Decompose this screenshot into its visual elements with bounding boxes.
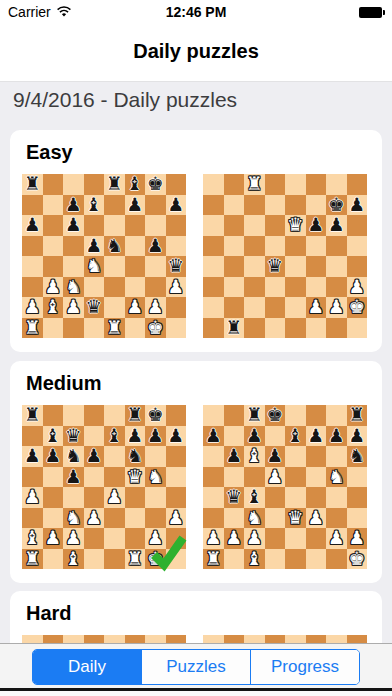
board-square: ♞ (326, 467, 347, 488)
board-square: ♛ (84, 297, 105, 318)
board-square (265, 318, 286, 339)
board-square: ♞ (244, 508, 265, 529)
board-square (84, 215, 105, 236)
black-pawn-piece: ♟ (85, 236, 102, 257)
white-king-piece: ♚ (147, 318, 164, 339)
white-knight-piece: ♞ (65, 277, 82, 298)
board-square (84, 528, 105, 549)
black-queen-piece: ♛ (65, 426, 82, 447)
board-square: ♟ (84, 508, 105, 529)
board-square (125, 487, 146, 508)
black-king-piece: ♚ (328, 195, 345, 216)
board-square (347, 487, 368, 508)
board-square (224, 467, 245, 488)
black-rook-piece: ♜ (246, 405, 263, 426)
black-bishop-piece: ♝ (44, 426, 61, 447)
white-pawn-piece: ♟ (307, 508, 324, 529)
board-square: ♟ (104, 487, 125, 508)
board-square (43, 549, 64, 570)
board-square (43, 318, 64, 339)
white-knight-piece: ♞ (328, 467, 345, 488)
board-square (63, 487, 84, 508)
board-square (166, 297, 187, 318)
board-square: ♝ (244, 549, 265, 570)
board-square: ♟ (347, 195, 368, 216)
board-square (203, 297, 224, 318)
board-square: ♚ (347, 549, 368, 570)
board-square (326, 487, 347, 508)
board-square (145, 195, 166, 216)
board-square (22, 467, 43, 488)
board-square (244, 277, 265, 298)
board-square (43, 256, 64, 277)
black-rook-piece: ♜ (225, 318, 242, 339)
white-knight-piece: ♞ (85, 256, 102, 277)
white-queen-piece: ♛ (287, 508, 304, 529)
black-pawn-piece: ♟ (65, 195, 82, 216)
black-bishop-piece: ♝ (246, 487, 263, 508)
board-square (265, 508, 286, 529)
medium-puzzle-1-board[interactable]: ♜♜♚♝♛♝♟♟♟♟♟♞♟♞♟♛♞♟♟♞♟♟♝♟♟♟♜♝♜♚ (22, 405, 186, 569)
board-square (166, 215, 187, 236)
board-square (84, 426, 105, 447)
black-king-piece: ♚ (147, 405, 164, 426)
black-pawn-piece: ♟ (65, 467, 82, 488)
black-pawn-piece: ♟ (167, 426, 184, 447)
board-square (224, 405, 245, 426)
board-square: ♜ (22, 174, 43, 195)
easy-puzzle-2-board[interactable]: ♜♚♟♛♟♟♛♟♟♟♚♜ (203, 174, 367, 338)
board-square (285, 236, 306, 257)
hard-card-title: Hard (26, 602, 72, 625)
white-knight-piece: ♞ (147, 467, 164, 488)
board-square (43, 174, 64, 195)
tab-puzzles[interactable]: Puzzles (141, 650, 250, 684)
white-pawn-piece: ♟ (246, 528, 263, 549)
white-pawn-piece: ♟ (106, 487, 123, 508)
board-square (347, 318, 368, 339)
white-pawn-piece: ♟ (147, 297, 164, 318)
board-square: ♜ (22, 405, 43, 426)
board-square (244, 195, 265, 216)
board-square (104, 405, 125, 426)
medium-card-title: Medium (26, 372, 102, 395)
white-rook-piece: ♜ (205, 549, 222, 570)
board-square: ♝ (84, 195, 105, 216)
board-square (22, 508, 43, 529)
board-square (203, 446, 224, 467)
easy-card: Easy ♜♜♝♚♟♝♟♟♟♟♟♞♟♞♛♟♞♟♟♝♟♛♟♟♜♜♚ ♜♚♟♛♟♟♛… (10, 130, 382, 352)
board-square: ♟ (145, 297, 166, 318)
board-square (43, 487, 64, 508)
board-square (84, 405, 105, 426)
board-square (145, 215, 166, 236)
board-square (203, 215, 224, 236)
board-square (326, 446, 347, 467)
board-square (166, 467, 187, 488)
white-pawn-piece: ♟ (205, 528, 222, 549)
white-bishop-piece: ♝ (24, 528, 41, 549)
board-square (166, 236, 187, 257)
board-square (306, 256, 327, 277)
board-square (203, 405, 224, 426)
white-rook-piece: ♜ (246, 174, 263, 195)
board-square: ♟ (224, 446, 245, 467)
board-square (104, 195, 125, 216)
black-pawn-piece: ♟ (307, 215, 324, 236)
board-square (166, 549, 187, 570)
board-square (326, 405, 347, 426)
board-square: ♞ (84, 256, 105, 277)
white-pawn-piece: ♟ (65, 297, 82, 318)
white-pawn-piece: ♟ (348, 277, 365, 298)
board-square (265, 528, 286, 549)
board-square: ♞ (63, 277, 84, 298)
board-square (166, 446, 187, 467)
board-square: ♟ (145, 528, 166, 549)
board-square: ♚ (145, 405, 166, 426)
board-square (306, 487, 327, 508)
white-pawn-piece: ♟ (24, 297, 41, 318)
board-square (265, 297, 286, 318)
white-pawn-piece: ♟ (65, 528, 82, 549)
board-square: ♟ (306, 508, 327, 529)
board-square: ♜ (203, 549, 224, 570)
board-square: ♝ (244, 487, 265, 508)
board-square (63, 256, 84, 277)
board-square (224, 549, 245, 570)
tab-daily[interactable]: Daily (33, 650, 141, 684)
board-square: ♟ (265, 446, 286, 467)
white-rook-piece: ♜ (126, 549, 143, 570)
board-square (285, 487, 306, 508)
board-square: ♟ (63, 467, 84, 488)
board-square (285, 256, 306, 277)
board-square: ♛ (125, 467, 146, 488)
white-queen-piece: ♛ (126, 467, 143, 488)
black-queen-piece: ♛ (167, 256, 184, 277)
white-pawn-piece: ♟ (328, 528, 345, 549)
white-pawn-piece: ♟ (328, 297, 345, 318)
board-square: ♟ (326, 426, 347, 447)
black-pawn-piece: ♟ (328, 426, 345, 447)
board-square (166, 487, 187, 508)
navigation-bar: Daily puzzles (0, 26, 392, 82)
board-square: ♟ (244, 528, 265, 549)
black-knight-piece: ♞ (65, 446, 82, 467)
board-square (265, 487, 286, 508)
board-square (203, 195, 224, 216)
board-square (306, 528, 327, 549)
board-square (265, 195, 286, 216)
board-square: ♟ (145, 236, 166, 257)
board-square (224, 297, 245, 318)
white-bishop-piece: ♝ (44, 297, 61, 318)
black-pawn-piece: ♟ (147, 426, 164, 447)
board-square: ♟ (326, 297, 347, 318)
board-square (203, 277, 224, 298)
board-square (306, 174, 327, 195)
black-pawn-piece: ♟ (225, 446, 242, 467)
board-square (145, 487, 166, 508)
board-square: ♟ (63, 195, 84, 216)
date-section-header: 9/4/2016 - Daily puzzles (13, 88, 237, 112)
board-square (125, 528, 146, 549)
board-square: ♚ (347, 297, 368, 318)
board-square (265, 426, 286, 447)
board-square (166, 318, 187, 339)
board-square (265, 215, 286, 236)
board-square: ♟ (84, 446, 105, 467)
board-square (326, 549, 347, 570)
board-square (306, 195, 327, 216)
black-bishop-piece: ♝ (85, 195, 102, 216)
board-square (84, 318, 105, 339)
board-square: ♟ (306, 215, 327, 236)
board-square: ♝ (43, 426, 64, 447)
board-square (224, 508, 245, 529)
board-square (347, 215, 368, 236)
board-square: ♞ (63, 508, 84, 529)
board-square: ♟ (203, 426, 224, 447)
board-square (285, 277, 306, 298)
board-square: ♟ (203, 528, 224, 549)
screen-bottom-strip (0, 691, 392, 696)
board-square (244, 297, 265, 318)
board-square: ♟ (166, 508, 187, 529)
board-square (347, 467, 368, 488)
board-square (224, 215, 245, 236)
black-pawn-piece: ♟ (246, 426, 263, 447)
black-pawn-piece: ♟ (126, 426, 143, 447)
board-square: ♜ (347, 405, 368, 426)
board-square (306, 446, 327, 467)
white-pawn-piece: ♟ (307, 297, 324, 318)
board-square (306, 405, 327, 426)
black-pawn-piece: ♟ (126, 195, 143, 216)
board-square (43, 467, 64, 488)
board-square (145, 446, 166, 467)
board-square: ♜ (104, 174, 125, 195)
black-pawn-piece: ♟ (24, 446, 41, 467)
board-square (285, 446, 306, 467)
board-square: ♛ (63, 426, 84, 447)
board-square (203, 508, 224, 529)
board-square: ♜ (244, 405, 265, 426)
black-pawn-piece: ♟ (65, 215, 82, 236)
white-pawn-piece: ♟ (44, 277, 61, 298)
black-pawn-piece: ♟ (85, 446, 102, 467)
white-pawn-piece: ♟ (266, 467, 283, 488)
board-square: ♝ (43, 297, 64, 318)
black-rook-piece: ♜ (348, 405, 365, 426)
board-square: ♝ (244, 446, 265, 467)
board-square: ♚ (265, 405, 286, 426)
board-square (43, 508, 64, 529)
board-square: ♟ (22, 297, 43, 318)
board-square: ♞ (104, 236, 125, 257)
board-square (84, 277, 105, 298)
black-rook-piece: ♜ (106, 174, 123, 195)
white-king-piece: ♚ (147, 549, 164, 570)
board-square (306, 549, 327, 570)
board-square: ♛ (265, 256, 286, 277)
board-square: ♛ (285, 215, 306, 236)
board-square (265, 277, 286, 298)
board-square (224, 277, 245, 298)
board-square (166, 405, 187, 426)
black-queen-piece: ♛ (266, 256, 283, 277)
board-square: ♟ (125, 297, 146, 318)
board-square (285, 297, 306, 318)
board-square (22, 426, 43, 447)
board-square (84, 467, 105, 488)
board-square: ♟ (43, 446, 64, 467)
black-bishop-piece: ♝ (126, 174, 143, 195)
board-square (285, 467, 306, 488)
board-square: ♛ (166, 256, 187, 277)
board-square (22, 277, 43, 298)
white-pawn-piece: ♟ (44, 528, 61, 549)
black-pawn-piece: ♟ (44, 446, 61, 467)
board-square (224, 174, 245, 195)
board-square (63, 318, 84, 339)
board-square (104, 297, 125, 318)
board-square (285, 318, 306, 339)
white-rook-piece: ♜ (24, 318, 41, 339)
board-square (125, 277, 146, 298)
black-pawn-piece: ♟ (307, 426, 324, 447)
board-square (203, 256, 224, 277)
board-square (84, 549, 105, 570)
board-square: ♟ (224, 528, 245, 549)
board-square (104, 446, 125, 467)
board-square (285, 405, 306, 426)
black-pawn-piece: ♟ (24, 215, 41, 236)
white-pawn-piece: ♟ (167, 508, 184, 529)
board-square: ♟ (265, 467, 286, 488)
board-square (166, 528, 187, 549)
board-square: ♛ (224, 487, 245, 508)
board-square (84, 487, 105, 508)
board-square (326, 277, 347, 298)
board-square (347, 508, 368, 529)
white-pawn-piece: ♟ (167, 277, 184, 298)
board-square (326, 236, 347, 257)
board-square: ♟ (166, 277, 187, 298)
board-square (43, 405, 64, 426)
black-knight-piece: ♞ (348, 446, 365, 467)
board-square (244, 215, 265, 236)
board-square: ♟ (22, 446, 43, 467)
board-square: ♟ (166, 426, 187, 447)
board-square (145, 256, 166, 277)
board-square (285, 549, 306, 570)
board-square: ♟ (84, 236, 105, 257)
board-square (203, 467, 224, 488)
board-square (63, 174, 84, 195)
board-square: ♟ (244, 426, 265, 447)
board-square (306, 318, 327, 339)
white-knight-piece: ♞ (65, 508, 82, 529)
board-square: ♟ (326, 215, 347, 236)
board-square (306, 467, 327, 488)
board-square: ♞ (125, 446, 146, 467)
board-square: ♟ (306, 426, 327, 447)
white-pawn-piece: ♟ (225, 528, 242, 549)
board-square (224, 236, 245, 257)
board-square (203, 174, 224, 195)
board-square (347, 236, 368, 257)
board-square: ♟ (347, 528, 368, 549)
board-square (125, 236, 146, 257)
board-square (326, 318, 347, 339)
board-square (125, 508, 146, 529)
board-square: ♞ (63, 446, 84, 467)
board-square (104, 549, 125, 570)
board-square: ♞ (145, 467, 166, 488)
board-square: ♚ (145, 174, 166, 195)
board-square: ♟ (125, 195, 146, 216)
board-square: ♟ (166, 195, 187, 216)
board-square: ♜ (22, 318, 43, 339)
board-square (265, 174, 286, 195)
board-square (326, 508, 347, 529)
board-square (104, 467, 125, 488)
black-knight-piece: ♞ (106, 236, 123, 257)
board-square: ♚ (145, 549, 166, 570)
board-square (104, 215, 125, 236)
board-square (43, 195, 64, 216)
medium-card: Medium ♜♜♚♝♛♝♟♟♟♟♟♞♟♞♟♛♞♟♟♞♟♟♝♟♟♟♜♝♜♚ ♜♚… (10, 361, 382, 583)
board-square: ♜ (224, 318, 245, 339)
board-square: ♝ (63, 549, 84, 570)
white-pawn-piece: ♟ (147, 528, 164, 549)
board-square (244, 467, 265, 488)
board-square (244, 318, 265, 339)
board-square (166, 174, 187, 195)
board-square: ♟ (306, 297, 327, 318)
board-square (104, 277, 125, 298)
black-king-piece: ♚ (266, 405, 283, 426)
board-square (145, 508, 166, 529)
board-square: ♟ (22, 215, 43, 236)
board-square: ♝ (104, 426, 125, 447)
status-bar: Carrier 12:46 PM (0, 0, 392, 26)
board-square (224, 256, 245, 277)
black-pawn-piece: ♟ (167, 195, 184, 216)
tab-segmented-control: Daily Puzzles Progress (32, 649, 360, 685)
white-pawn-piece: ♟ (24, 487, 41, 508)
board-square: ♟ (347, 426, 368, 447)
board-square: ♚ (326, 195, 347, 216)
black-bishop-piece: ♝ (287, 426, 304, 447)
black-king-piece: ♚ (147, 174, 164, 195)
black-pawn-piece: ♟ (348, 195, 365, 216)
board-square (22, 195, 43, 216)
board-square (224, 195, 245, 216)
board-square: ♟ (43, 277, 64, 298)
medium-puzzle-2-board[interactable]: ♜♚♜♟♟♝♟♟♟♟♝♟♞♟♞♛♝♞♛♟♟♟♟♟♟♜♝♚ (203, 405, 367, 569)
board-square: ♛ (285, 508, 306, 529)
easy-puzzle-1-board[interactable]: ♜♜♝♚♟♝♟♟♟♟♟♞♟♞♛♟♞♟♟♝♟♛♟♟♜♜♚ (22, 174, 186, 338)
white-rook-piece: ♜ (106, 318, 123, 339)
board-square (104, 256, 125, 277)
page-title: Daily puzzles (0, 40, 392, 63)
board-square (203, 318, 224, 339)
white-king-piece: ♚ (348, 297, 365, 318)
tab-progress[interactable]: Progress (250, 650, 359, 684)
